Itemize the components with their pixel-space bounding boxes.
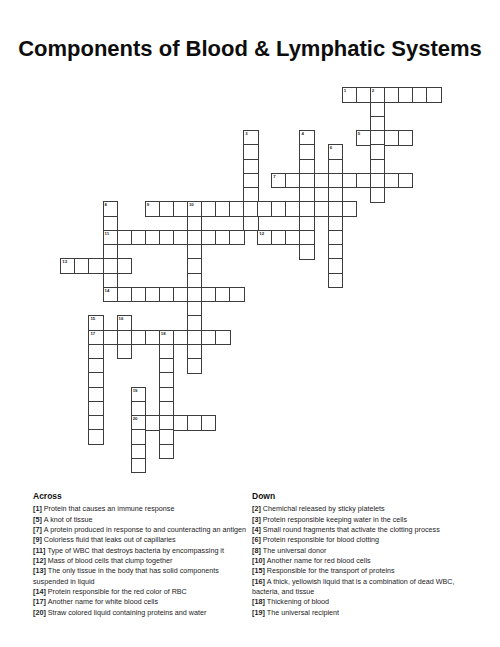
clue: [16] A thick, yellowish liquid that is a… <box>252 577 471 598</box>
cell-number: 16 <box>119 316 124 321</box>
clue: [8] The universal donor <box>252 546 471 556</box>
clue-number: [3] <box>252 515 263 524</box>
clue-text: A protein produced in response to and co… <box>44 525 246 534</box>
cell-number: 17 <box>90 331 95 336</box>
clue: [13] The only tissue in the body that ha… <box>33 566 247 587</box>
grid-cell[interactable] <box>229 287 244 303</box>
clue-text: Small round fragments that activate the … <box>263 525 440 534</box>
clue: [7] A protein produced in response to an… <box>33 525 247 535</box>
cell-number: 19 <box>133 388 138 393</box>
clue-number: [6] <box>252 535 263 544</box>
clue-text: Straw colored liquid containing proteins… <box>48 608 207 617</box>
cell-number: 14 <box>105 288 110 293</box>
clue-number: [12] <box>33 556 48 565</box>
clue-text: Protein responsible for blood clotting <box>263 535 379 544</box>
cell-number: 6 <box>330 145 332 150</box>
grid-cell[interactable] <box>342 201 357 217</box>
clue: [3] Protein responsible keeping water in… <box>252 515 471 525</box>
grid-cell[interactable] <box>398 130 413 146</box>
clue-text: A knot of tissue <box>44 515 93 524</box>
crossword-grid: 1234567891011121314151617181920 <box>0 0 500 500</box>
clue-text: The universal recipient <box>267 608 339 617</box>
cell-number: 9 <box>147 202 149 207</box>
cell-number: 8 <box>105 202 107 207</box>
clue-text: Another name for white blood cells <box>48 597 158 606</box>
clue-text: Colorless fluid that leaks out of capill… <box>44 535 176 544</box>
clue-text: The universal donor <box>263 546 327 555</box>
clue-number: [17] <box>33 597 48 606</box>
cell-number: 20 <box>133 416 138 421</box>
clue: [17] Another name for white blood cells <box>33 597 247 607</box>
cell-number: 4 <box>301 131 303 136</box>
clue-text: A thick, yellowish liquid that is a comb… <box>252 577 455 596</box>
clue: [18] Thickening of blood <box>252 597 471 607</box>
clue-number: [9] <box>33 535 44 544</box>
clue-number: [11] <box>33 546 47 555</box>
clue-number: [16] <box>252 577 267 586</box>
grid-cell[interactable] <box>187 358 202 374</box>
clue-number: [14] <box>33 587 48 596</box>
clue-number: [20] <box>33 608 48 617</box>
clue-number: [10] <box>252 556 267 565</box>
across-header: Across <box>33 491 247 501</box>
cell-number: 1 <box>344 88 346 93</box>
clue: [15] Responsible for the transport of pr… <box>252 566 471 576</box>
clue: [2] Chemichal released by sticky platele… <box>252 504 471 514</box>
cell-number: 18 <box>161 331 166 336</box>
clue: [1] Protein that causes an immune respon… <box>33 504 247 514</box>
clue-number: [5] <box>33 515 44 524</box>
grid-cell[interactable] <box>370 187 385 203</box>
grid-cell[interactable] <box>117 258 132 274</box>
grid-cell[interactable] <box>201 415 216 431</box>
across-clues-column: Across [1] Protein that causes an immune… <box>33 491 247 618</box>
clue: [10] Another name for red blood cells <box>252 556 471 566</box>
clue-text: Protein that causes an immune response <box>44 504 175 513</box>
clue-text: Type of WBC that destroys bacteria by en… <box>47 546 224 555</box>
grid-cell[interactable] <box>229 230 244 246</box>
clue-number: [4] <box>252 525 263 534</box>
grid-cell[interactable] <box>328 273 343 289</box>
clue-text: Mass of blood cells that clump together <box>48 556 173 565</box>
clue-number: [1] <box>33 504 44 513</box>
down-clue-list: [2] Chemichal released by sticky platele… <box>252 504 471 618</box>
grid-cell[interactable] <box>131 458 146 474</box>
clue-number: [2] <box>252 504 263 513</box>
clue-text: Chemichal released by sticky platelets <box>263 504 385 513</box>
cell-number: 2 <box>372 88 374 93</box>
cell-number: 10 <box>189 202 194 207</box>
cell-number: 5 <box>358 131 360 136</box>
cell-number: 7 <box>273 174 275 179</box>
cell-number: 3 <box>245 131 247 136</box>
grid-cell[interactable] <box>215 330 230 346</box>
grid-cell[interactable] <box>88 429 103 445</box>
clue: [6] Protein responsible for blood clotti… <box>252 535 471 545</box>
grid-cell[interactable] <box>117 344 132 360</box>
clue: [4] Small round fragments that activate … <box>252 525 471 535</box>
clue: [19] The universal recipient <box>252 608 471 618</box>
clue: [20] Straw colored liquid containing pro… <box>33 608 247 618</box>
clue-number: [18] <box>252 597 267 606</box>
grid-cell[interactable] <box>159 444 174 460</box>
clue-number: [8] <box>252 546 263 555</box>
crossword-page: Components of Blood & Lymphatic Systems … <box>0 0 500 647</box>
across-clue-list: [1] Protein that causes an immune respon… <box>33 504 247 618</box>
clue-text: Protein responsible for the red color of… <box>48 587 187 596</box>
clue: [5] A knot of tissue <box>33 515 247 525</box>
cell-number: 15 <box>90 316 95 321</box>
clue-number: [13] <box>33 566 48 575</box>
clue: [9] Colorless fluid that leaks out of ca… <box>33 535 247 545</box>
grid-cell[interactable] <box>426 87 441 103</box>
grid-cell[interactable] <box>299 244 314 260</box>
clue-text: Responsible for the transport of protein… <box>267 566 395 575</box>
down-header: Down <box>252 491 471 501</box>
clue-number: [19] <box>252 608 267 617</box>
down-clues-column: Down [2] Chemichal released by sticky pl… <box>252 491 471 618</box>
clue-text: Thickening of blood <box>267 597 329 606</box>
cell-number: 11 <box>105 231 110 236</box>
clue-number: [15] <box>252 566 267 575</box>
cell-number: 12 <box>259 231 264 236</box>
clue: [12] Mass of blood cells that clump toge… <box>33 556 247 566</box>
clue-text: The only tissue in the body that has sol… <box>33 566 219 585</box>
clue-number: [7] <box>33 525 44 534</box>
clue-text: Protein responsible keeping water in the… <box>263 515 407 524</box>
clue: [14] Protein responsible for the red col… <box>33 587 247 597</box>
grid-cell[interactable] <box>398 173 413 189</box>
cell-number: 13 <box>62 259 67 264</box>
clue-text: Another name for red blood cells <box>267 556 371 565</box>
clue: [11] Type of WBC that destroys bacteria … <box>33 546 247 556</box>
